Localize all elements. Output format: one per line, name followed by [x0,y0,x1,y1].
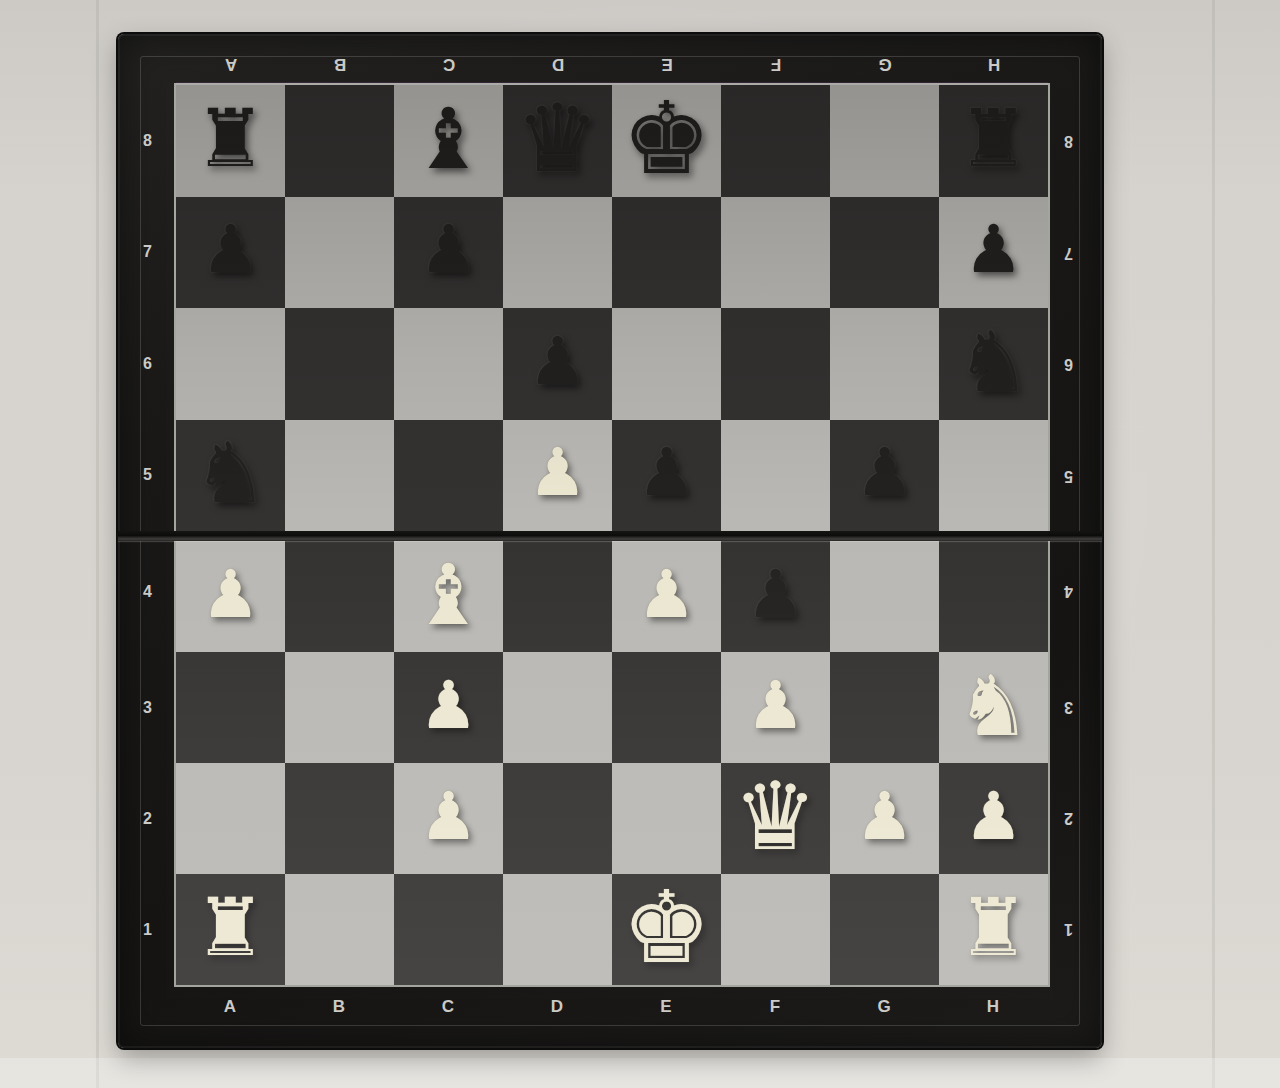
piece-black-pawn-e5[interactable]: ♟ [637,440,696,506]
square-h3[interactable]: ♞ [939,652,1048,763]
piece-black-pawn-a7[interactable]: ♟ [201,217,260,283]
square-c3[interactable]: ♟ [394,652,503,763]
file-label-top-a: A [176,50,285,78]
piece-white-pawn-a4[interactable]: ♟ [201,562,260,628]
square-h2[interactable]: ♟ [939,763,1048,874]
piece-black-queen-d8[interactable]: ♛ [515,92,599,186]
rank-label-left-3: 3 [134,652,162,763]
file-label-top-c: C [394,50,503,78]
square-d2[interactable] [503,763,612,874]
square-h1[interactable]: ♜ [939,874,1048,985]
piece-white-rook-a1[interactable]: ♜ [195,888,267,968]
square-h8[interactable]: ♜ [939,85,1048,197]
square-f2[interactable]: ♛ [721,763,830,874]
rank-label-left-4: 4 [134,531,162,652]
piece-black-pawn-h7[interactable]: ♟ [964,217,1023,283]
play-area: ♜♝♛♚♜♟♟♟♟♞♞♟♟♟ ♟♝♟♟♟♟♞♟♛♟♟♜♚♜ [176,85,1048,985]
square-d5[interactable]: ♟ [503,420,612,532]
square-g1[interactable] [830,874,939,985]
square-f7[interactable] [721,197,830,309]
piece-black-knight-h6[interactable]: ♞ [956,320,1031,404]
piece-black-bishop-c8[interactable]: ♝ [411,97,486,181]
file-label-top-b: B [285,50,394,78]
square-h6[interactable]: ♞ [939,308,1048,420]
square-a8[interactable]: ♜ [176,85,285,197]
square-d3[interactable] [503,652,612,763]
square-g8[interactable] [830,85,939,197]
square-f5[interactable] [721,420,830,532]
square-e1[interactable]: ♚ [612,874,721,985]
file-label-bottom-f: F [721,993,830,1021]
square-f4[interactable]: ♟ [721,541,830,652]
background-bottom-strip [0,1058,1280,1088]
file-label-bottom-d: D [503,993,612,1021]
rank-label-left-7: 7 [134,197,162,309]
piece-black-rook-a8[interactable]: ♜ [195,99,267,179]
square-b6[interactable] [285,308,394,420]
square-e4[interactable]: ♟ [612,541,721,652]
square-f1[interactable] [721,874,830,985]
rank-label-right-5: 5 [1054,420,1082,532]
square-g5[interactable]: ♟ [830,420,939,532]
file-label-bottom-c: C [394,993,503,1021]
piece-white-pawn-h2[interactable]: ♟ [964,784,1023,850]
square-e8[interactable]: ♚ [612,85,721,197]
square-g2[interactable]: ♟ [830,763,939,874]
file-label-top-d: D [503,50,612,78]
square-g4[interactable] [830,541,939,652]
square-b7[interactable] [285,197,394,309]
rank-label-right-1: 1 [1054,874,1082,985]
square-d7[interactable] [503,197,612,309]
square-a6[interactable] [176,308,285,420]
square-g3[interactable] [830,652,939,763]
square-c4[interactable]: ♝ [394,541,503,652]
piece-white-pawn-d5[interactable]: ♟ [528,440,587,506]
chess-board-frame: ABCDEFGH ABCDEFGH 87654321 87654321 ♜♝♛♚… [118,34,1102,1048]
rank-label-right-8: 8 [1054,85,1082,197]
file-label-top-g: G [830,50,939,78]
square-b5[interactable] [285,420,394,532]
piece-white-king-e1[interactable]: ♚ [622,878,712,978]
square-c2[interactable]: ♟ [394,763,503,874]
square-f8[interactable] [721,85,830,197]
background-seam-left [96,0,99,1088]
square-e2[interactable] [612,763,721,874]
background-seam-right [1212,0,1215,1088]
square-c1[interactable] [394,874,503,985]
rank-label-right-4: 4 [1054,531,1082,652]
rank-label-right-3: 3 [1054,652,1082,763]
board-fold-hinge [118,531,1102,541]
square-b2[interactable] [285,763,394,874]
square-b8[interactable] [285,85,394,197]
square-b4[interactable] [285,541,394,652]
square-e7[interactable] [612,197,721,309]
square-g7[interactable] [830,197,939,309]
square-f6[interactable] [721,308,830,420]
board-lower-half: ♟♝♟♟♟♟♞♟♛♟♟♜♚♜ [176,541,1048,985]
piece-white-queen-f2[interactable]: ♛ [733,770,817,864]
square-e5[interactable]: ♟ [612,420,721,532]
square-h7[interactable]: ♟ [939,197,1048,309]
square-c8[interactable]: ♝ [394,85,503,197]
square-c7[interactable]: ♟ [394,197,503,309]
rank-label-left-2: 2 [134,763,162,874]
square-a5[interactable]: ♞ [176,420,285,532]
file-label-top-f: F [721,50,830,78]
file-label-top-e: E [612,50,721,78]
piece-black-pawn-d6[interactable]: ♟ [528,329,587,395]
square-b1[interactable] [285,874,394,985]
file-labels-bottom: ABCDEFGH [176,993,1048,1021]
piece-black-knight-a5[interactable]: ♞ [193,431,268,515]
square-f3[interactable]: ♟ [721,652,830,763]
rank-label-left-1: 1 [134,874,162,985]
piece-white-pawn-g2[interactable]: ♟ [855,784,914,850]
piece-white-pawn-c3[interactable]: ♟ [419,673,478,739]
rank-label-left-6: 6 [134,308,162,420]
rank-label-right-2: 2 [1054,763,1082,874]
piece-white-pawn-e4[interactable]: ♟ [637,562,696,628]
rank-label-left-8: 8 [134,85,162,197]
square-h4[interactable] [939,541,1048,652]
piece-black-pawn-f4[interactable]: ♟ [746,562,805,628]
piece-black-pawn-g5[interactable]: ♟ [855,440,914,506]
square-b3[interactable] [285,652,394,763]
square-g6[interactable] [830,308,939,420]
square-d1[interactable] [503,874,612,985]
rank-label-left-5: 5 [134,420,162,532]
file-label-bottom-b: B [285,993,394,1021]
square-e6[interactable] [612,308,721,420]
rank-label-right-6: 6 [1054,308,1082,420]
square-h5[interactable] [939,420,1048,532]
square-a2[interactable] [176,763,285,874]
rank-label-right-7: 7 [1054,197,1082,309]
piece-white-pawn-f3[interactable]: ♟ [746,673,805,739]
square-c5[interactable] [394,420,503,532]
square-d4[interactable] [503,541,612,652]
square-a1[interactable]: ♜ [176,874,285,985]
file-label-bottom-a: A [176,993,285,1021]
piece-white-pawn-c2[interactable]: ♟ [419,784,478,850]
piece-white-bishop-c4[interactable]: ♝ [411,553,486,637]
piece-white-rook-h1[interactable]: ♜ [958,888,1030,968]
piece-black-king-e8[interactable]: ♚ [622,89,712,189]
piece-black-rook-h8[interactable]: ♜ [958,99,1030,179]
square-e3[interactable] [612,652,721,763]
square-a4[interactable]: ♟ [176,541,285,652]
file-label-top-h: H [939,50,1048,78]
piece-black-pawn-c7[interactable]: ♟ [419,217,478,283]
file-label-bottom-g: G [830,993,939,1021]
square-a3[interactable] [176,652,285,763]
square-a7[interactable]: ♟ [176,197,285,309]
square-c6[interactable] [394,308,503,420]
file-label-bottom-e: E [612,993,721,1021]
square-d6[interactable]: ♟ [503,308,612,420]
file-label-bottom-h: H [939,993,1048,1021]
square-d8[interactable]: ♛ [503,85,612,197]
piece-white-knight-h3[interactable]: ♞ [956,664,1031,748]
board-upper-half: ♜♝♛♚♜♟♟♟♟♞♞♟♟♟ [176,85,1048,531]
file-labels-top: ABCDEFGH [176,50,1048,78]
